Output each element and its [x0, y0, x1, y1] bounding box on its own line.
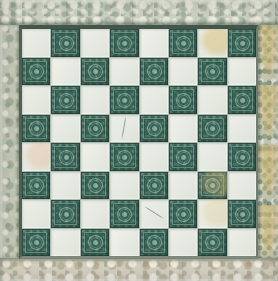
- square-e1[interactable]: [140, 229, 168, 257]
- board[interactable]: [19, 25, 258, 259]
- square-c3[interactable]: [81, 172, 109, 200]
- square-d4[interactable]: [110, 143, 138, 171]
- square-h3[interactable]: [228, 172, 256, 200]
- square-f2[interactable]: [169, 200, 197, 228]
- square-c1[interactable]: [81, 229, 109, 257]
- square-g1[interactable]: [198, 229, 226, 257]
- frame-bottom-relief: [0, 258, 278, 281]
- square-c7[interactable]: [81, 58, 109, 86]
- square-d7[interactable]: [110, 58, 138, 86]
- square-e7[interactable]: [140, 58, 168, 86]
- square-e4[interactable]: [140, 143, 168, 171]
- square-h8[interactable]: [228, 29, 256, 57]
- square-g7[interactable]: [198, 58, 226, 86]
- square-b2[interactable]: [51, 200, 79, 228]
- stain-mark: [198, 172, 226, 200]
- square-d1[interactable]: [110, 229, 138, 257]
- square-c2[interactable]: [81, 200, 109, 228]
- square-a6[interactable]: [22, 86, 50, 114]
- square-c5[interactable]: [81, 115, 109, 143]
- square-d8[interactable]: [110, 29, 138, 57]
- square-b5[interactable]: [51, 115, 79, 143]
- square-g6[interactable]: [198, 86, 226, 114]
- square-a1[interactable]: [22, 229, 50, 257]
- square-e8[interactable]: [140, 29, 168, 57]
- square-f3[interactable]: [169, 172, 197, 200]
- square-c6[interactable]: [81, 86, 109, 114]
- frame-top-relief: [0, 0, 278, 25]
- square-a7[interactable]: [22, 58, 50, 86]
- square-c4[interactable]: [81, 143, 109, 171]
- square-b4[interactable]: [51, 143, 79, 171]
- square-f4[interactable]: [169, 143, 197, 171]
- square-f8[interactable]: [169, 29, 197, 57]
- crack-mark: [143, 206, 164, 219]
- crack-mark: [122, 116, 127, 140]
- square-e5[interactable]: [140, 115, 168, 143]
- frame-left-relief: [0, 25, 19, 258]
- square-d6[interactable]: [110, 86, 138, 114]
- square-h7[interactable]: [228, 58, 256, 86]
- square-h1[interactable]: [228, 229, 256, 257]
- crack-mark: [92, 59, 98, 83]
- chessboard-photo: [0, 0, 278, 281]
- square-h5[interactable]: [228, 115, 256, 143]
- square-e3[interactable]: [140, 172, 168, 200]
- square-a8[interactable]: [22, 29, 50, 57]
- square-g3[interactable]: [198, 172, 226, 200]
- square-g4[interactable]: [198, 143, 226, 171]
- square-b8[interactable]: [51, 29, 79, 57]
- square-b6[interactable]: [51, 86, 79, 114]
- frame-right-relief: [257, 25, 278, 258]
- square-g5[interactable]: [198, 115, 226, 143]
- square-f5[interactable]: [169, 115, 197, 143]
- stain-mark: [22, 143, 50, 171]
- square-e2[interactable]: [140, 200, 168, 228]
- square-b3[interactable]: [51, 172, 79, 200]
- square-c8[interactable]: [81, 29, 109, 57]
- square-d5[interactable]: [110, 115, 138, 143]
- square-d3[interactable]: [110, 172, 138, 200]
- square-b1[interactable]: [51, 229, 79, 257]
- square-h6[interactable]: [228, 86, 256, 114]
- square-h4[interactable]: [228, 143, 256, 171]
- square-g8[interactable]: [198, 29, 226, 57]
- square-a4[interactable]: [22, 143, 50, 171]
- square-f6[interactable]: [169, 86, 197, 114]
- square-e6[interactable]: [140, 86, 168, 114]
- square-f1[interactable]: [169, 229, 197, 257]
- square-a3[interactable]: [22, 172, 50, 200]
- stain-mark: [198, 29, 226, 57]
- square-b7[interactable]: [51, 58, 79, 86]
- square-d2[interactable]: [110, 200, 138, 228]
- square-g2[interactable]: [198, 200, 226, 228]
- square-h2[interactable]: [228, 200, 256, 228]
- stain-mark: [198, 200, 226, 228]
- square-f7[interactable]: [169, 58, 197, 86]
- square-a5[interactable]: [22, 115, 50, 143]
- square-a2[interactable]: [22, 200, 50, 228]
